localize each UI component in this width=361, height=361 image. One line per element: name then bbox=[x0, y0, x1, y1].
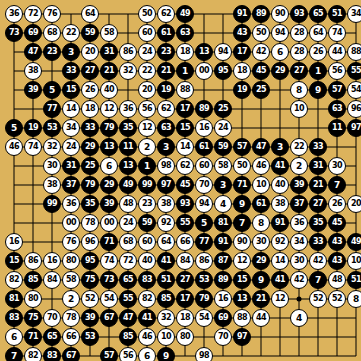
stone-white-20-r11c19[interactable]: 20 bbox=[347, 195, 361, 213]
stone-black-45-r12c18[interactable]: 45 bbox=[328, 214, 346, 232]
stone-white-48-r11c7[interactable]: 48 bbox=[119, 195, 137, 213]
stone-white-26-r3c17[interactable]: 26 bbox=[309, 43, 327, 61]
stone-black-59-r12c8[interactable]: 59 bbox=[138, 214, 156, 232]
stone-white-70-r18c12[interactable]: 70 bbox=[214, 328, 232, 346]
stone-white-8-r16c19[interactable]: 8 bbox=[347, 290, 361, 308]
stone-white-60-r2c8[interactable]: 60 bbox=[138, 24, 156, 42]
stone-black-25-r6c12[interactable]: 25 bbox=[214, 100, 232, 118]
stone-white-36-r1c1[interactable]: 36 bbox=[5, 5, 23, 23]
stone-black-33-r8c17[interactable]: 33 bbox=[309, 138, 327, 156]
stone-white-64-r1c5[interactable]: 64 bbox=[81, 5, 99, 23]
stone-white-78-r17c4[interactable]: 78 bbox=[62, 309, 80, 327]
stone-black-35-r11c5[interactable]: 35 bbox=[81, 195, 99, 213]
stone-white-62-r9c10[interactable]: 62 bbox=[176, 157, 194, 175]
stone-white-30-r14c16[interactable]: 30 bbox=[290, 252, 308, 270]
stone-black-5-r7c1[interactable]: 5 bbox=[5, 119, 23, 137]
stone-white-68-r13c7[interactable]: 68 bbox=[119, 233, 137, 251]
stone-white-42-r15c16[interactable]: 42 bbox=[290, 271, 308, 289]
stone-white-88-r3c19[interactable]: 88 bbox=[347, 43, 361, 61]
stone-black-55-r4c19[interactable]: 55 bbox=[347, 62, 361, 80]
stone-white-60-r13c8[interactable]: 60 bbox=[138, 233, 156, 251]
stone-black-15-r15c13[interactable]: 15 bbox=[233, 271, 251, 289]
stone-black-17-r16c10[interactable]: 17 bbox=[176, 290, 194, 308]
stone-black-53-r15c11[interactable]: 53 bbox=[195, 271, 213, 289]
stone-black-83-r15c8[interactable]: 83 bbox=[138, 271, 156, 289]
stone-white-66-r13c10[interactable]: 66 bbox=[176, 233, 194, 251]
stone-black-11-r8c7[interactable]: 11 bbox=[119, 138, 137, 156]
stone-white-8-r12c14[interactable]: 8 bbox=[252, 214, 270, 232]
stone-white-72-r14c7[interactable]: 72 bbox=[119, 252, 137, 270]
stone-white-98-r19c11[interactable]: 98 bbox=[195, 347, 213, 361]
stone-white-78-r12c5[interactable]: 78 bbox=[81, 214, 99, 232]
stone-black-79-r16c11[interactable]: 79 bbox=[195, 290, 213, 308]
stone-black-89-r6c11[interactable]: 89 bbox=[195, 100, 213, 118]
stone-black-75-r17c2[interactable]: 75 bbox=[24, 309, 42, 327]
stone-white-16-r16c12[interactable]: 16 bbox=[214, 290, 232, 308]
stone-white-66-r18c4[interactable]: 66 bbox=[62, 328, 80, 346]
stone-white-44-r3c18[interactable]: 44 bbox=[328, 43, 346, 61]
stone-black-45-r10c10[interactable]: 45 bbox=[176, 176, 194, 194]
stone-white-18-r17c10[interactable]: 18 bbox=[176, 309, 194, 327]
stone-black-9-r15c14[interactable]: 9 bbox=[252, 271, 270, 289]
stone-black-57-r8c13[interactable]: 57 bbox=[233, 138, 251, 156]
stone-white-80-r16c2[interactable]: 80 bbox=[24, 290, 42, 308]
stone-black-15-r5c4[interactable]: 15 bbox=[62, 81, 80, 99]
stone-black-67-r19c4[interactable]: 67 bbox=[62, 347, 80, 361]
stone-black-85-r16c9[interactable]: 85 bbox=[157, 290, 175, 308]
stone-white-12-r14c13[interactable]: 12 bbox=[233, 252, 251, 270]
stone-white-86-r3c7[interactable]: 86 bbox=[119, 43, 137, 61]
stone-white-44-r17c14[interactable]: 44 bbox=[252, 309, 270, 327]
stone-white-2-r16c4[interactable]: 2 bbox=[62, 290, 80, 308]
stone-black-13-r16c13[interactable]: 13 bbox=[233, 290, 251, 308]
stone-black-21-r4c6[interactable]: 21 bbox=[100, 62, 118, 80]
stone-white-20-r5c8[interactable]: 20 bbox=[138, 81, 156, 99]
stone-black-25-r9c5[interactable]: 25 bbox=[81, 157, 99, 175]
stone-black-65-r18c3[interactable]: 65 bbox=[43, 328, 61, 346]
stone-white-10-r6c16[interactable]: 10 bbox=[290, 100, 308, 118]
stone-black-91-r12c15[interactable]: 91 bbox=[271, 214, 289, 232]
stone-white-24-r3c8[interactable]: 24 bbox=[138, 43, 156, 61]
stone-black-41-r15c15[interactable]: 41 bbox=[271, 271, 289, 289]
stone-white-56-r4c18[interactable]: 56 bbox=[328, 62, 346, 80]
stone-black-13-r9c7[interactable]: 13 bbox=[119, 157, 137, 175]
stone-white-58-r15c4[interactable]: 58 bbox=[62, 271, 80, 289]
stone-white-74-r8c2[interactable]: 74 bbox=[24, 138, 42, 156]
stone-black-17-r3c13[interactable]: 17 bbox=[233, 43, 251, 61]
stone-black-45-r4c14[interactable]: 45 bbox=[252, 62, 270, 80]
stone-black-77-r6c3[interactable]: 77 bbox=[43, 100, 61, 118]
stone-black-39-r10c16[interactable]: 39 bbox=[290, 176, 308, 194]
stone-white-74-r2c18[interactable]: 74 bbox=[328, 24, 346, 42]
stone-white-96-r13c5[interactable]: 96 bbox=[81, 233, 99, 251]
stone-black-29-r4c15[interactable]: 29 bbox=[271, 62, 289, 80]
stone-black-9-r11c13[interactable]: 9 bbox=[233, 195, 251, 213]
stone-white-76-r13c4[interactable]: 76 bbox=[62, 233, 80, 251]
stone-white-62-r6c9[interactable]: 62 bbox=[157, 100, 175, 118]
stone-black-31-r3c6[interactable]: 31 bbox=[100, 43, 118, 61]
stone-black-61-r11c14[interactable]: 61 bbox=[252, 195, 270, 213]
stone-white-90-r1c15[interactable]: 90 bbox=[271, 5, 289, 23]
stone-white-20-r3c5[interactable]: 20 bbox=[81, 43, 99, 61]
stone-white-40-r10c15[interactable]: 40 bbox=[271, 176, 289, 194]
stone-white-18-r6c5[interactable]: 18 bbox=[81, 100, 99, 118]
stone-black-85-r15c2[interactable]: 85 bbox=[24, 271, 42, 289]
stone-white-56-r6c8[interactable]: 56 bbox=[138, 100, 156, 118]
stone-white-24-r7c12[interactable]: 24 bbox=[214, 119, 232, 137]
stone-black-65-r1c17[interactable]: 65 bbox=[309, 5, 327, 23]
stone-black-15-r7c10[interactable]: 15 bbox=[176, 119, 194, 137]
stone-black-33-r7c5[interactable]: 33 bbox=[81, 119, 99, 137]
stone-white-00-r4c11[interactable]: 00 bbox=[195, 62, 213, 80]
stone-black-9-r19c9[interactable]: 9 bbox=[157, 347, 175, 361]
stone-black-59-r2c5[interactable]: 59 bbox=[81, 24, 99, 42]
stone-black-55-r12c10[interactable]: 55 bbox=[176, 214, 194, 232]
stone-black-59-r8c12[interactable]: 59 bbox=[214, 138, 232, 156]
stone-black-71-r10c13[interactable]: 71 bbox=[233, 176, 251, 194]
stone-white-10-r14c19[interactable]: 10 bbox=[347, 252, 361, 270]
stone-black-49-r10c7[interactable]: 49 bbox=[119, 176, 137, 194]
stone-black-41-r9c15[interactable]: 41 bbox=[271, 157, 289, 175]
stone-black-11-r7c18[interactable]: 11 bbox=[328, 119, 346, 137]
stone-white-18-r4c13[interactable]: 18 bbox=[233, 62, 251, 80]
stone-white-64-r13c9[interactable]: 64 bbox=[157, 233, 175, 251]
stone-white-28-r3c16[interactable]: 28 bbox=[290, 43, 308, 61]
stone-black-31-r9c17[interactable]: 31 bbox=[309, 157, 327, 175]
stone-white-00-r12c6[interactable]: 00 bbox=[100, 214, 118, 232]
stone-white-22-r2c4[interactable]: 22 bbox=[62, 24, 80, 42]
stone-black-9-r5c17[interactable]: 9 bbox=[309, 81, 327, 99]
stone-black-27-r11c17[interactable]: 27 bbox=[309, 195, 327, 213]
stone-black-21-r16c14[interactable]: 21 bbox=[252, 290, 270, 308]
stone-white-12-r7c8[interactable]: 12 bbox=[138, 119, 156, 137]
stone-black-7-r10c18[interactable]: 7 bbox=[328, 176, 346, 194]
stone-black-89-r1c14[interactable]: 89 bbox=[252, 5, 270, 23]
stone-black-27-r4c5[interactable]: 27 bbox=[81, 62, 99, 80]
stone-white-50-r9c13[interactable]: 50 bbox=[233, 157, 251, 175]
stone-black-47-r3c2[interactable]: 47 bbox=[24, 43, 42, 61]
stone-black-3-r3c4[interactable]: 3 bbox=[62, 43, 80, 61]
stone-black-5-r5c3[interactable]: 5 bbox=[43, 81, 61, 99]
stone-black-85-r18c7[interactable]: 85 bbox=[119, 328, 137, 346]
stone-white-82-r15c1[interactable]: 82 bbox=[5, 271, 23, 289]
stone-black-19-r5c9[interactable]: 19 bbox=[157, 81, 175, 99]
stone-black-71-r18c2[interactable]: 71 bbox=[24, 328, 42, 346]
stone-black-53-r18c5[interactable]: 53 bbox=[81, 328, 99, 346]
stone-white-42-r14c17[interactable]: 42 bbox=[309, 252, 327, 270]
stone-black-3-r8c15[interactable]: 3 bbox=[271, 138, 289, 156]
stone-white-96-r6c19[interactable]: 96 bbox=[347, 100, 361, 118]
stone-black-53-r7c3[interactable]: 53 bbox=[43, 119, 61, 137]
stone-white-00-r12c4[interactable]: 00 bbox=[62, 214, 80, 232]
stone-white-60-r9c11[interactable]: 60 bbox=[195, 157, 213, 175]
stone-white-16-r14c3[interactable]: 16 bbox=[43, 252, 61, 270]
stone-black-63-r7c9[interactable]: 63 bbox=[157, 119, 175, 137]
stone-white-74-r14c6[interactable]: 74 bbox=[100, 252, 118, 270]
stone-white-88-r5c10[interactable]: 88 bbox=[176, 81, 194, 99]
stone-white-22-r4c8[interactable]: 22 bbox=[138, 62, 156, 80]
stone-white-14-r6c4[interactable]: 14 bbox=[62, 100, 80, 118]
stone-black-93-r11c10[interactable]: 93 bbox=[176, 195, 194, 213]
stone-black-29-r10c6[interactable]: 29 bbox=[100, 176, 118, 194]
stone-black-89-r15c12[interactable]: 89 bbox=[214, 271, 232, 289]
stone-white-84-r14c10[interactable]: 84 bbox=[176, 252, 194, 270]
stone-white-22-r8c16[interactable]: 22 bbox=[290, 138, 308, 156]
stone-black-47-r17c7[interactable]: 47 bbox=[119, 309, 137, 327]
stone-black-79-r7c6[interactable]: 79 bbox=[100, 119, 118, 137]
stone-black-63-r6c18[interactable]: 63 bbox=[328, 100, 346, 118]
stone-white-38-r4c2[interactable]: 38 bbox=[24, 62, 42, 80]
stone-white-72-r1c2[interactable]: 72 bbox=[24, 5, 42, 23]
stone-black-23-r3c3[interactable]: 23 bbox=[43, 43, 61, 61]
stone-black-41-r17c8[interactable]: 41 bbox=[138, 309, 156, 327]
stone-white-54-r17c11[interactable]: 54 bbox=[195, 309, 213, 327]
stone-white-64-r2c17[interactable]: 64 bbox=[309, 24, 327, 42]
stone-black-61-r2c9[interactable]: 61 bbox=[157, 24, 175, 42]
stone-black-41-r14c9[interactable]: 41 bbox=[157, 252, 175, 270]
stone-black-55-r16c7[interactable]: 55 bbox=[119, 290, 137, 308]
stone-white-28-r2c16[interactable]: 28 bbox=[290, 24, 308, 42]
stone-white-34-r1c19[interactable]: 34 bbox=[347, 5, 361, 23]
stone-white-80-r18c10[interactable]: 80 bbox=[176, 328, 194, 346]
stone-white-46-r8c1[interactable]: 46 bbox=[5, 138, 23, 156]
stone-black-1-r4c10[interactable]: 1 bbox=[176, 62, 194, 80]
stone-white-32-r17c9[interactable]: 32 bbox=[157, 309, 175, 327]
stone-black-19-r7c2[interactable]: 19 bbox=[24, 119, 42, 137]
stone-black-7-r12c13[interactable]: 7 bbox=[233, 214, 251, 232]
stone-black-83-r17c1[interactable]: 83 bbox=[5, 309, 23, 327]
stone-black-77-r13c11[interactable]: 77 bbox=[195, 233, 213, 251]
stone-white-30-r13c14[interactable]: 30 bbox=[252, 233, 270, 251]
stone-white-58-r9c12[interactable]: 58 bbox=[214, 157, 232, 175]
stone-black-29-r14c14[interactable]: 29 bbox=[252, 252, 270, 270]
stone-white-88-r17c13[interactable]: 88 bbox=[233, 309, 251, 327]
stone-white-76-r1c3[interactable]: 76 bbox=[43, 5, 61, 23]
stone-black-57-r19c6[interactable]: 57 bbox=[100, 347, 118, 361]
stone-white-34-r13c16[interactable]: 34 bbox=[290, 233, 308, 251]
stone-black-83-r19c3[interactable]: 83 bbox=[43, 347, 61, 361]
stone-black-21-r4c9[interactable]: 21 bbox=[157, 62, 175, 80]
stone-black-79-r10c5[interactable]: 79 bbox=[81, 176, 99, 194]
stone-white-30-r9c3[interactable]: 30 bbox=[43, 157, 61, 175]
stone-black-99-r11c3[interactable]: 99 bbox=[43, 195, 61, 213]
stone-white-98-r9c9[interactable]: 98 bbox=[157, 157, 175, 175]
stone-white-46-r9c14[interactable]: 46 bbox=[252, 157, 270, 175]
stone-black-91-r1c13[interactable]: 91 bbox=[233, 5, 251, 23]
stone-black-49-r1c10[interactable]: 49 bbox=[176, 5, 194, 23]
stone-white-4-r17c16[interactable]: 4 bbox=[290, 309, 308, 327]
stone-white-84-r15c3[interactable]: 84 bbox=[43, 271, 61, 289]
stone-white-94-r3c12[interactable]: 94 bbox=[214, 43, 232, 61]
stone-black-33-r4c4[interactable]: 33 bbox=[62, 62, 80, 80]
stone-white-54-r5c19[interactable]: 54 bbox=[347, 81, 361, 99]
stone-white-34-r7c4[interactable]: 34 bbox=[62, 119, 80, 137]
stone-white-50-r1c8[interactable]: 50 bbox=[138, 5, 156, 23]
stone-white-2-r8c8[interactable]: 2 bbox=[138, 138, 156, 156]
stone-black-51-r15c19[interactable]: 51 bbox=[347, 271, 361, 289]
stone-black-61-r8c11[interactable]: 61 bbox=[195, 138, 213, 156]
stone-black-23-r3c9[interactable]: 23 bbox=[157, 43, 175, 61]
stone-white-52-r16c17[interactable]: 52 bbox=[309, 290, 327, 308]
stone-black-29-r8c5[interactable]: 29 bbox=[81, 138, 99, 156]
stone-white-32-r4c7[interactable]: 32 bbox=[119, 62, 137, 80]
stone-white-38-r11c15[interactable]: 38 bbox=[271, 195, 289, 213]
stone-white-70-r10c11[interactable]: 70 bbox=[195, 176, 213, 194]
stone-black-71-r13c6[interactable]: 71 bbox=[100, 233, 118, 251]
stone-white-14-r14c15[interactable]: 14 bbox=[271, 252, 289, 270]
stone-white-48-r15c18[interactable]: 48 bbox=[328, 271, 346, 289]
stone-black-7-r15c17[interactable]: 7 bbox=[309, 271, 327, 289]
stone-white-10-r18c9[interactable]: 10 bbox=[157, 328, 175, 346]
stone-white-18-r3c10[interactable]: 18 bbox=[176, 43, 194, 61]
stone-black-3-r8c9[interactable]: 3 bbox=[157, 138, 175, 156]
stone-black-97-r18c13[interactable]: 97 bbox=[233, 328, 251, 346]
stone-black-31-r9c4[interactable]: 31 bbox=[62, 157, 80, 175]
stone-black-69-r2c2[interactable]: 69 bbox=[24, 24, 42, 42]
stone-white-36-r6c7[interactable]: 36 bbox=[119, 100, 137, 118]
stone-white-94-r11c11[interactable]: 94 bbox=[195, 195, 213, 213]
stone-white-40-r5c6[interactable]: 40 bbox=[100, 81, 118, 99]
stone-black-51-r15c9[interactable]: 51 bbox=[157, 271, 175, 289]
stone-black-73-r15c6[interactable]: 73 bbox=[100, 271, 118, 289]
stone-white-2-r9c16[interactable]: 2 bbox=[290, 157, 308, 175]
stone-black-27-r4c16[interactable]: 27 bbox=[290, 62, 308, 80]
stone-black-1-r4c17[interactable]: 1 bbox=[309, 62, 327, 80]
stone-black-81-r16c1[interactable]: 81 bbox=[5, 290, 23, 308]
stone-white-42-r3c14[interactable]: 42 bbox=[252, 43, 270, 61]
stone-black-67-r17c6[interactable]: 67 bbox=[100, 309, 118, 327]
stone-black-17-r6c10[interactable]: 17 bbox=[176, 100, 194, 118]
stone-white-46-r18c8[interactable]: 46 bbox=[138, 328, 156, 346]
stone-white-38-r10c3[interactable]: 38 bbox=[43, 176, 61, 194]
stone-white-8-r5c16[interactable]: 8 bbox=[290, 81, 308, 99]
stone-white-6-r19c8[interactable]: 6 bbox=[138, 347, 156, 361]
stone-black-81-r12c12[interactable]: 81 bbox=[214, 214, 232, 232]
stone-white-82-r19c2[interactable]: 82 bbox=[24, 347, 42, 361]
stone-black-63-r2c10[interactable]: 63 bbox=[176, 24, 194, 42]
go-board[interactable]: 3672766450624991899093655134736968225958… bbox=[0, 0, 361, 361]
stone-white-92-r12c9[interactable]: 92 bbox=[157, 214, 175, 232]
stone-white-6-r9c6[interactable]: 6 bbox=[100, 157, 118, 175]
stone-white-4-r11c12[interactable]: 4 bbox=[214, 195, 232, 213]
stone-white-14-r8c10[interactable]: 14 bbox=[176, 138, 194, 156]
stone-black-39-r17c5[interactable]: 39 bbox=[81, 309, 99, 327]
stone-white-32-r8c3[interactable]: 32 bbox=[43, 138, 61, 156]
stone-white-50-r2c14[interactable]: 50 bbox=[252, 24, 270, 42]
stone-black-97-r7c19[interactable]: 97 bbox=[347, 119, 361, 137]
stone-black-35-r12c17[interactable]: 35 bbox=[309, 214, 327, 232]
stone-white-52-r16c5[interactable]: 52 bbox=[81, 290, 99, 308]
stone-white-36-r12c16[interactable]: 36 bbox=[290, 214, 308, 232]
stone-black-99-r10c8[interactable]: 99 bbox=[138, 176, 156, 194]
stone-black-95-r14c5[interactable]: 95 bbox=[81, 252, 99, 270]
stone-white-94-r2c15[interactable]: 94 bbox=[271, 24, 289, 42]
stone-black-75-r15c5[interactable]: 75 bbox=[81, 271, 99, 289]
stone-black-43-r13c18[interactable]: 43 bbox=[328, 233, 346, 251]
stone-black-65-r15c7[interactable]: 65 bbox=[119, 271, 137, 289]
stone-white-36-r11c4[interactable]: 36 bbox=[62, 195, 80, 213]
stone-white-54-r16c6[interactable]: 54 bbox=[100, 290, 118, 308]
stone-white-10-r10c14[interactable]: 10 bbox=[252, 176, 270, 194]
stone-white-70-r17c3[interactable]: 70 bbox=[43, 309, 61, 327]
stone-black-3-r10c12[interactable]: 3 bbox=[214, 176, 232, 194]
stone-black-39-r5c2[interactable]: 39 bbox=[24, 81, 42, 99]
stone-white-68-r2c3[interactable]: 68 bbox=[43, 24, 61, 42]
stone-black-87-r14c12[interactable]: 87 bbox=[214, 252, 232, 270]
stone-white-86-r14c2[interactable]: 86 bbox=[24, 252, 42, 270]
stone-white-90-r13c13[interactable]: 90 bbox=[233, 233, 251, 251]
stone-white-16-r13c1[interactable]: 16 bbox=[5, 233, 23, 251]
stone-black-57-r5c18[interactable]: 57 bbox=[328, 81, 346, 99]
stone-white-6-r18c1[interactable]: 6 bbox=[5, 328, 23, 346]
stone-white-26-r5c5[interactable]: 26 bbox=[81, 81, 99, 99]
stone-black-35-r7c7[interactable]: 35 bbox=[119, 119, 137, 137]
stone-black-91-r13c12[interactable]: 91 bbox=[214, 233, 232, 251]
stone-black-47-r8c14[interactable]: 47 bbox=[252, 138, 270, 156]
stone-white-38-r11c9[interactable]: 38 bbox=[157, 195, 175, 213]
stone-white-40-r14c8[interactable]: 40 bbox=[138, 252, 156, 270]
stone-black-5-r12c11[interactable]: 5 bbox=[195, 214, 213, 232]
stone-black-43-r2c13[interactable]: 43 bbox=[233, 24, 251, 42]
stone-white-30-r9c18[interactable]: 30 bbox=[328, 157, 346, 175]
stone-black-13-r3c11[interactable]: 13 bbox=[195, 43, 213, 61]
stone-black-15-r14c1[interactable]: 15 bbox=[5, 252, 23, 270]
stone-white-23-r11c8[interactable]: 23 bbox=[138, 195, 156, 213]
stone-black-21-r10c17[interactable]: 21 bbox=[309, 176, 327, 194]
stone-black-25-r5c14[interactable]: 25 bbox=[252, 81, 270, 99]
stone-white-82-r16c8[interactable]: 82 bbox=[138, 290, 156, 308]
stone-white-56-r19c7[interactable]: 56 bbox=[119, 347, 137, 361]
stone-black-93-r1c16[interactable]: 93 bbox=[290, 5, 308, 23]
stone-white-6-r3c15[interactable]: 6 bbox=[271, 43, 289, 61]
stone-black-19-r5c13[interactable]: 19 bbox=[233, 81, 251, 99]
stone-white-58-r2c6[interactable]: 58 bbox=[100, 24, 118, 42]
stone-black-7-r19c1[interactable]: 7 bbox=[5, 347, 23, 361]
stone-white-92-r13c15[interactable]: 92 bbox=[271, 233, 289, 251]
stone-black-37-r11c16[interactable]: 37 bbox=[290, 195, 308, 213]
stone-black-73-r2c1[interactable]: 73 bbox=[5, 24, 23, 42]
stone-black-43-r14c18[interactable]: 43 bbox=[328, 252, 346, 270]
stone-black-27-r15c10[interactable]: 27 bbox=[176, 271, 194, 289]
stone-black-97-r10c9[interactable]: 97 bbox=[157, 176, 175, 194]
stone-white-62-r1c9[interactable]: 62 bbox=[157, 5, 175, 23]
stone-black-49-r13c19[interactable]: 49 bbox=[347, 233, 361, 251]
stone-black-95-r4c12[interactable]: 95 bbox=[214, 62, 232, 80]
stone-white-12-r6c6[interactable]: 12 bbox=[100, 100, 118, 118]
stone-white-16-r7c11[interactable]: 16 bbox=[195, 119, 213, 137]
stone-black-37-r10c4[interactable]: 37 bbox=[62, 176, 80, 194]
stone-black-39-r11c6[interactable]: 39 bbox=[100, 195, 118, 213]
stone-black-1-r9c8[interactable]: 1 bbox=[138, 157, 156, 175]
stone-black-13-r8c6[interactable]: 13 bbox=[100, 138, 118, 156]
stone-white-86-r14c11[interactable]: 86 bbox=[195, 252, 213, 270]
stone-white-24-r12c7[interactable]: 24 bbox=[119, 214, 137, 232]
stone-black-69-r17c12[interactable]: 69 bbox=[214, 309, 232, 327]
stone-white-26-r11c18[interactable]: 26 bbox=[328, 195, 346, 213]
stone-white-12-r16c15[interactable]: 12 bbox=[271, 290, 289, 308]
stone-white-24-r8c4[interactable]: 24 bbox=[62, 138, 80, 156]
stone-black-51-r1c18[interactable]: 51 bbox=[328, 5, 346, 23]
stone-black-33-r13c17[interactable]: 33 bbox=[309, 233, 327, 251]
stone-white-80-r14c4[interactable]: 80 bbox=[62, 252, 80, 270]
stone-white-52-r16c18[interactable]: 52 bbox=[328, 290, 346, 308]
